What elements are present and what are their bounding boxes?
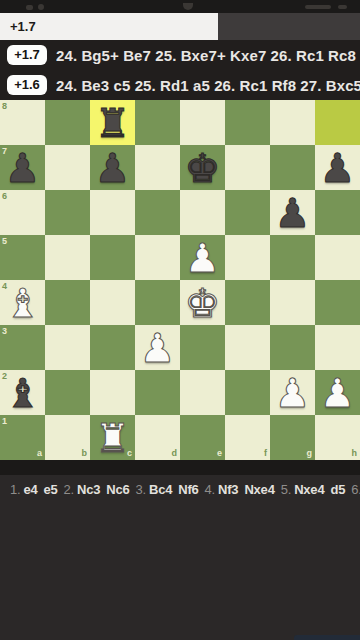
toolbar-remnant-icon: [183, 3, 193, 10]
square-h1[interactable]: h: [315, 415, 360, 460]
square-b4[interactable]: [45, 280, 90, 325]
bottom-right-accent: [294, 635, 360, 640]
file-label-d: d: [172, 449, 178, 458]
move[interactable]: Nf3: [218, 482, 238, 497]
black-pawn-g6[interactable]: ♟: [270, 190, 315, 235]
square-f2[interactable]: [225, 370, 270, 415]
move[interactable]: e5: [44, 482, 58, 497]
square-f3[interactable]: [225, 325, 270, 370]
square-c8[interactable]: ♜: [90, 100, 135, 145]
toolbar-remnant-icon: [305, 5, 331, 9]
square-d7[interactable]: [135, 145, 180, 190]
square-a1[interactable]: 1a: [0, 415, 45, 460]
move[interactable]: Bc4: [149, 482, 172, 497]
square-b8[interactable]: [45, 100, 90, 145]
evaluation-bar: +1.7: [0, 13, 360, 40]
toolbar-remnant-icon: [338, 5, 347, 9]
move-number: 5.: [281, 482, 291, 497]
engine-line-2[interactable]: +1.6 24. Be3 c5 25. Rd1 a5 26. Rc1 Rf8 2…: [0, 70, 360, 100]
file-label-b: b: [82, 449, 88, 458]
square-f8[interactable]: [225, 100, 270, 145]
square-e2[interactable]: [180, 370, 225, 415]
file-label-h: h: [352, 449, 358, 458]
rank-label-8: 8: [2, 102, 7, 111]
square-b7[interactable]: [45, 145, 90, 190]
square-h4[interactable]: [315, 280, 360, 325]
square-c3[interactable]: [90, 325, 135, 370]
square-d6[interactable]: [135, 190, 180, 235]
square-g2[interactable]: ♟: [270, 370, 315, 415]
board-bottom-gap: [0, 460, 360, 475]
square-d1[interactable]: d: [135, 415, 180, 460]
square-e6[interactable]: [180, 190, 225, 235]
file-label-f: f: [264, 449, 267, 458]
rank-label-6: 6: [2, 192, 7, 201]
square-d5[interactable]: [135, 235, 180, 280]
square-a6[interactable]: 6: [0, 190, 45, 235]
square-g3[interactable]: [270, 325, 315, 370]
square-f7[interactable]: [225, 145, 270, 190]
white-pawn-e5[interactable]: ♟: [180, 235, 225, 280]
file-label-g: g: [307, 449, 313, 458]
black-pawn-a7[interactable]: ♟: [0, 145, 45, 190]
square-d2[interactable]: [135, 370, 180, 415]
engine-lines-panel: +1.7 24. Bg5+ Be7 25. Bxe7+ Kxe7 26. Rc1…: [0, 40, 360, 100]
white-rook-c1[interactable]: ♜: [90, 415, 135, 460]
chess-analysis-screen: +1.7 +1.7 24. Bg5+ Be7 25. Bxe7+ Kxe7 26…: [0, 0, 360, 640]
square-b1[interactable]: b: [45, 415, 90, 460]
move[interactable]: Nc3: [77, 482, 100, 497]
square-f1[interactable]: f: [225, 415, 270, 460]
evaluation-value: +1.7: [10, 19, 36, 34]
square-h2[interactable]: ♟: [315, 370, 360, 415]
square-a2[interactable]: 2♝: [0, 370, 45, 415]
square-c1[interactable]: c♜: [90, 415, 135, 460]
engine-pv-2: 24. Be3 c5 25. Rd1 a5 26. Rc1 Rf8 27. Bx…: [56, 77, 360, 94]
square-h3[interactable]: [315, 325, 360, 370]
white-pawn-h2[interactable]: ♟: [315, 370, 360, 415]
move[interactable]: Nxe4: [244, 482, 274, 497]
move[interactable]: Nf6: [178, 482, 198, 497]
move[interactable]: Nxe4: [294, 482, 324, 497]
square-h6[interactable]: [315, 190, 360, 235]
move-number: 4.: [205, 482, 215, 497]
square-a3[interactable]: 3: [0, 325, 45, 370]
rank-label-1: 1: [2, 417, 7, 426]
square-a5[interactable]: 5: [0, 235, 45, 280]
move[interactable]: d5: [330, 482, 345, 497]
chess-board[interactable]: 8♜7♟♟♚♟6♟5♟4♝♚3♟2♝♟♟1abc♜defgh: [0, 100, 360, 460]
rank-label-3: 3: [2, 327, 7, 336]
move-number: 6.: [351, 482, 360, 497]
toolbar-cutoff-strip: [0, 0, 360, 13]
move[interactable]: e4: [23, 482, 37, 497]
black-pawn-c7[interactable]: ♟: [90, 145, 135, 190]
square-b3[interactable]: [45, 325, 90, 370]
square-e5[interactable]: ♟: [180, 235, 225, 280]
square-c7[interactable]: ♟: [90, 145, 135, 190]
evaluation-bar-fill: +1.7: [0, 13, 218, 40]
square-a8[interactable]: 8: [0, 100, 45, 145]
square-g6[interactable]: ♟: [270, 190, 315, 235]
square-c2[interactable]: [90, 370, 135, 415]
white-bishop-a4[interactable]: ♝: [0, 280, 45, 325]
rank-label-5: 5: [2, 237, 7, 246]
engine-pv-1: 24. Bg5+ Be7 25. Bxe7+ Kxe7 26. Rc1 Rc8 …: [56, 47, 360, 64]
square-h7[interactable]: ♟: [315, 145, 360, 190]
square-e8[interactable]: [180, 100, 225, 145]
white-king-e4[interactable]: ♚: [180, 280, 225, 325]
black-pawn-h7[interactable]: ♟: [315, 145, 360, 190]
square-a7[interactable]: 7♟: [0, 145, 45, 190]
file-label-e: e: [217, 449, 222, 458]
file-label-a: a: [37, 449, 42, 458]
toolbar-remnant-icon: [38, 4, 44, 10]
square-f4[interactable]: [225, 280, 270, 325]
move[interactable]: Nc6: [106, 482, 129, 497]
square-b5[interactable]: [45, 235, 90, 280]
engine-line-1[interactable]: +1.7 24. Bg5+ Be7 25. Bxe7+ Kxe7 26. Rc1…: [0, 40, 360, 70]
square-g7[interactable]: [270, 145, 315, 190]
black-bishop-a2[interactable]: ♝: [0, 370, 45, 415]
engine-eval-badge-1: +1.7: [7, 45, 47, 65]
square-e1[interactable]: e: [180, 415, 225, 460]
white-pawn-g2[interactable]: ♟: [270, 370, 315, 415]
square-d4[interactable]: [135, 280, 180, 325]
black-king-e7[interactable]: ♚: [180, 145, 225, 190]
white-pawn-d3[interactable]: ♟: [135, 325, 180, 370]
square-f5[interactable]: [225, 235, 270, 280]
square-a4[interactable]: 4♝: [0, 280, 45, 325]
square-e7[interactable]: ♚: [180, 145, 225, 190]
toolbar-remnant-icon: [26, 5, 33, 10]
square-c5[interactable]: [90, 235, 135, 280]
square-b6[interactable]: [45, 190, 90, 235]
square-b2[interactable]: [45, 370, 90, 415]
square-d8[interactable]: [135, 100, 180, 145]
square-e3[interactable]: [180, 325, 225, 370]
square-g1[interactable]: g: [270, 415, 315, 460]
engine-eval-badge-2: +1.6: [7, 75, 47, 95]
square-f6[interactable]: [225, 190, 270, 235]
square-g4[interactable]: [270, 280, 315, 325]
square-c6[interactable]: [90, 190, 135, 235]
move-list[interactable]: 1.e4e52.Nc3Nc63.Bc4Nf64.Nf3Nxe45.Nxe4d56…: [0, 475, 360, 640]
square-e4[interactable]: ♚: [180, 280, 225, 325]
square-h5[interactable]: [315, 235, 360, 280]
move-number: 3.: [136, 482, 146, 497]
move-number: 2.: [64, 482, 74, 497]
move-number: 1.: [10, 482, 20, 497]
square-c4[interactable]: [90, 280, 135, 325]
square-g8[interactable]: [270, 100, 315, 145]
square-h8[interactable]: [315, 100, 360, 145]
square-g5[interactable]: [270, 235, 315, 280]
square-d3[interactable]: ♟: [135, 325, 180, 370]
black-rook-c8[interactable]: ♜: [90, 100, 135, 145]
